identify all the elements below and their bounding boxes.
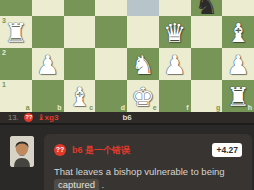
square-f2[interactable]: ♟	[159, 48, 191, 80]
file-label-h: h	[248, 104, 252, 111]
blunder-icon: ??	[24, 113, 33, 122]
square-h2[interactable]: ♟	[222, 48, 254, 80]
square-a1[interactable]: 1a	[0, 80, 32, 112]
chess-review-screen: ♞♜3♛♝2♟♞♟♟1ab♝cd♚efg♜h 13. ?? ♝xg3 b6 ??…	[0, 0, 254, 190]
file-label-d: d	[121, 104, 125, 111]
rank-label-1: 1	[2, 81, 6, 88]
move-number: 13.	[8, 113, 18, 122]
square-b2[interactable]: ♟	[32, 48, 64, 80]
feedback-comment: That leaves a bishop vulnerable to being…	[54, 165, 242, 190]
square-c4[interactable]	[64, 0, 96, 16]
square-a3[interactable]: ♜3	[0, 16, 32, 48]
square-d2[interactable]	[95, 48, 127, 80]
square-f3[interactable]: ♛	[159, 16, 191, 48]
white-pawn-f2[interactable]: ♟	[159, 51, 191, 79]
square-f4[interactable]	[159, 0, 191, 16]
feedback-title: b6 是一个错误	[72, 144, 212, 157]
comment-keyword-chip[interactable]: captured	[54, 179, 99, 190]
square-d4[interactable]	[95, 0, 127, 16]
square-g4[interactable]: ♞	[191, 0, 223, 16]
square-e2[interactable]: ♞	[127, 48, 159, 80]
square-a2[interactable]: 2	[0, 48, 32, 80]
square-g1[interactable]: g	[191, 80, 223, 112]
move-feedback-card: ?? b6 是一个错误 +4.27 That leaves a bishop v…	[44, 134, 252, 190]
white-queen-f3[interactable]: ♛	[159, 19, 191, 47]
square-d3[interactable]	[95, 16, 127, 48]
square-h4[interactable]	[222, 0, 254, 16]
flagged-move[interactable]: ♝xg3	[37, 113, 58, 122]
rank-label-3: 3	[2, 17, 6, 24]
file-label-f: f	[186, 104, 188, 111]
file-label-c: c	[89, 104, 93, 111]
square-e1[interactable]: ♚e	[127, 80, 159, 112]
white-pawn-h2[interactable]: ♟	[222, 51, 254, 79]
white-knight-e2[interactable]: ♞	[127, 51, 159, 79]
square-b1[interactable]: b	[32, 80, 64, 112]
game-review-panel: ?? b6 是一个错误 +4.27 That leaves a bishop v…	[0, 123, 254, 190]
square-e3[interactable]	[127, 16, 159, 48]
file-label-a: a	[26, 104, 30, 111]
square-e4[interactable]	[127, 0, 159, 16]
square-b3[interactable]	[32, 16, 64, 48]
comment-text-end: .	[99, 179, 104, 190]
square-g2[interactable]	[191, 48, 223, 80]
black-knight-g4[interactable]: ♞	[191, 0, 223, 16]
blunder-badge-icon: ??	[54, 144, 66, 156]
square-f1[interactable]: f	[159, 80, 191, 112]
square-h1[interactable]: ♜h	[222, 80, 254, 112]
square-g3[interactable]	[191, 16, 223, 48]
file-label-e: e	[153, 104, 157, 111]
square-b4[interactable]	[32, 0, 64, 16]
white-pawn-b2[interactable]: ♟	[32, 51, 64, 79]
move-list-bar[interactable]: 13. ?? ♝xg3 b6	[0, 112, 254, 123]
chess-board[interactable]: ♞♜3♛♝2♟♞♟♟1ab♝cd♚efg♜h	[0, 0, 254, 112]
square-a4[interactable]	[0, 0, 32, 16]
white-bishop-h3[interactable]: ♝	[222, 19, 254, 47]
square-d1[interactable]: d	[95, 80, 127, 112]
player-avatar[interactable]	[10, 136, 34, 167]
square-c2[interactable]	[64, 48, 96, 80]
evaluation-badge: +4.27	[212, 143, 242, 157]
square-c1[interactable]: ♝c	[64, 80, 96, 112]
feedback-header: ?? b6 是一个错误 +4.27	[54, 143, 242, 157]
file-label-g: g	[216, 104, 220, 111]
file-label-b: b	[57, 104, 61, 111]
comment-text: That leaves a bishop vulnerable to being	[54, 166, 225, 177]
rank-label-2: 2	[2, 49, 6, 56]
square-c3[interactable]	[64, 16, 96, 48]
current-move[interactable]: b6	[122, 113, 131, 122]
square-h3[interactable]: ♝	[222, 16, 254, 48]
avatar-image	[10, 136, 34, 167]
